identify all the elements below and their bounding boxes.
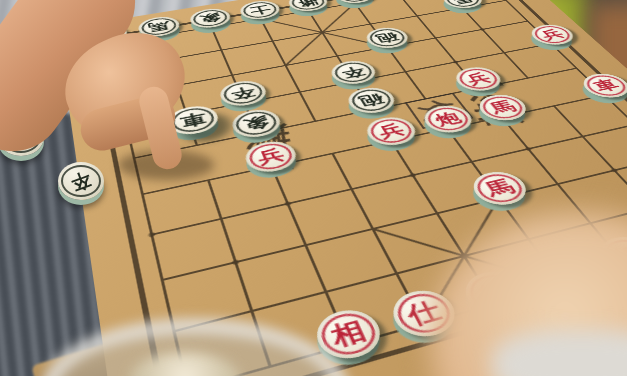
player-hand xyxy=(0,0,260,220)
piece-black-cannon-f8[interactable]: 砲 xyxy=(361,25,413,51)
piece-red-chariot-i5[interactable]: 車 xyxy=(575,71,627,101)
piece-black-soldier-e7[interactable]: 卒 xyxy=(326,58,381,87)
piece-red-soldier-g6[interactable]: 兵 xyxy=(450,64,508,94)
piece-black-advisor-f10[interactable]: 士 xyxy=(331,0,378,5)
piece-red-horse-f3[interactable]: 馬 xyxy=(465,168,535,210)
piece-red-cannon-f5[interactable]: 炮 xyxy=(418,102,479,136)
piece-black-horse-h9[interactable]: 馬 xyxy=(438,0,488,11)
piece-black-general-e10[interactable]: 將 xyxy=(285,0,332,13)
photo-stage: 漢界 楚河 車馬象士將士馬砲卒卒兵車象砲兵兵兵炮馬車馬相仕帥仕相 卒卒卒 xyxy=(0,0,627,376)
